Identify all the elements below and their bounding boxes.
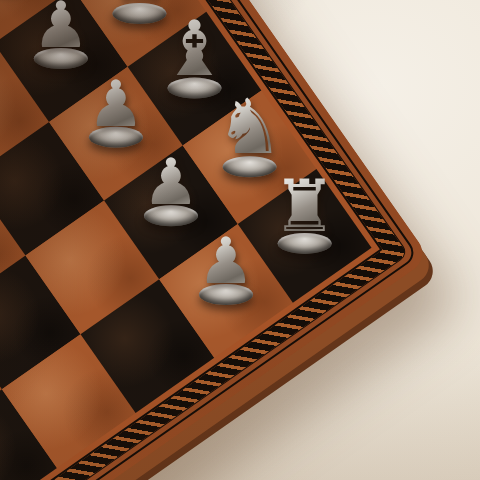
piece-round-base bbox=[278, 233, 332, 254]
chessboard: ♜♟♟♜♞♟♟♞♝♟♟♝♚♟♟♚♛♟♟♛♝♟♟♝♞♟♟♞♜♟♟♜ bbox=[0, 0, 430, 480]
board-shadow-wrap: ♜♟♟♜♞♟♟♞♝♟♟♝♚♟♟♚♛♟♟♛♝♟♟♝♞♟♟♞♜♟♟♜ bbox=[0, 0, 480, 480]
piece-round-base bbox=[112, 3, 166, 24]
piece-round-base bbox=[223, 156, 277, 177]
piece-round-base bbox=[168, 78, 222, 99]
piece-white-queen-d1: ♛ bbox=[91, 0, 187, 24]
piece-round-base bbox=[89, 127, 143, 148]
queen-glyph: ♛ bbox=[102, 0, 177, 12]
piece-round-base bbox=[199, 284, 253, 305]
piece-round-base bbox=[144, 205, 198, 226]
photo-background: ♜♟♟♜♞♟♟♞♝♟♟♝♚♟♟♚♛♟♟♛♝♟♟♝♞♟♟♞♜♟♟♜ bbox=[0, 0, 480, 480]
piece-round-base bbox=[34, 48, 88, 69]
